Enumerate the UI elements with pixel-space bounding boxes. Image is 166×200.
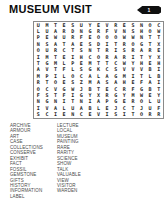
grid-cell[interactable]: R	[154, 112, 163, 118]
grid-cell[interactable]: S	[34, 112, 43, 118]
word-list-column-left: ARCHIVEARMOURARTCASECOLLECTIONSCONSERVEE…	[10, 123, 43, 199]
grid-cell[interactable]: C	[77, 112, 86, 118]
grid-cell[interactable]: I	[120, 112, 129, 118]
word-list-item: VALUABLE	[57, 172, 81, 177]
word-list-column-right: LECTURELOCALMUSEUMPAINTINGRARERARITYSCIE…	[57, 123, 81, 194]
grid-cell[interactable]: E	[60, 112, 69, 118]
page-title: MUSEUM VISIT	[9, 3, 92, 15]
page-number-badge: 1	[137, 6, 161, 14]
grid-cell[interactable]: R	[146, 112, 155, 118]
word-search-page: MUSEUM VISIT 1 UMTESUYEVRESNOCLUARDNGRFV…	[0, 0, 166, 200]
word-list-item: WARDEN	[57, 188, 81, 193]
grid-cell[interactable]: O	[137, 112, 146, 118]
grid-cell[interactable]: I	[103, 112, 112, 118]
grid-cell[interactable]: S	[111, 112, 120, 118]
word-search-grid: UMTESUYEVRESNOCLUARDNGRFVNSHOWPEWURFEOOO…	[33, 21, 164, 119]
grid-cell[interactable]: C	[43, 112, 52, 118]
grid-cell[interactable]: E	[86, 112, 95, 118]
word-list-item: PAINTING	[57, 139, 81, 144]
page-number-label: 1	[148, 8, 151, 13]
grid-cell[interactable]: V	[94, 112, 103, 118]
word-list-item: LABEL	[10, 194, 43, 199]
grid-cell[interactable]: I	[51, 112, 60, 118]
grid-cell[interactable]: N	[68, 112, 77, 118]
grid-cell[interactable]: T	[129, 112, 138, 118]
